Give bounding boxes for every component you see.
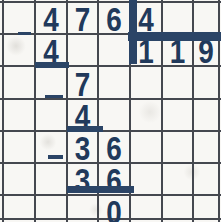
digit-cell-dividend-tens: 7 bbox=[70, 2, 95, 34]
subtraction-underline-step2 bbox=[67, 126, 103, 132]
digit-cell-dividend-hundreds: 4 bbox=[38, 2, 64, 34]
digit-cell-step2-remainder: 7 bbox=[70, 66, 95, 99]
digit-cell-final-remainder: 0 bbox=[101, 195, 127, 222]
subtraction-underline-step3 bbox=[67, 186, 134, 193]
digit-cell-dividend-ones: 6 bbox=[101, 2, 127, 34]
digit-cell-step3-ones: 6 bbox=[101, 131, 127, 163]
division-bracket-horizontal-bar bbox=[128, 32, 221, 41]
minus-sign-step2 bbox=[45, 95, 63, 98]
digit-cell-step3-tens: 3 bbox=[70, 131, 95, 163]
minus-sign-step1 bbox=[18, 32, 31, 35]
minus-sign-step3 bbox=[48, 155, 63, 159]
long-division-worksheet: 4 7 6 4 4 1 1 9 7 4 3 6 3 6 0 bbox=[0, 0, 221, 222]
subtraction-underline-step1 bbox=[35, 62, 69, 68]
